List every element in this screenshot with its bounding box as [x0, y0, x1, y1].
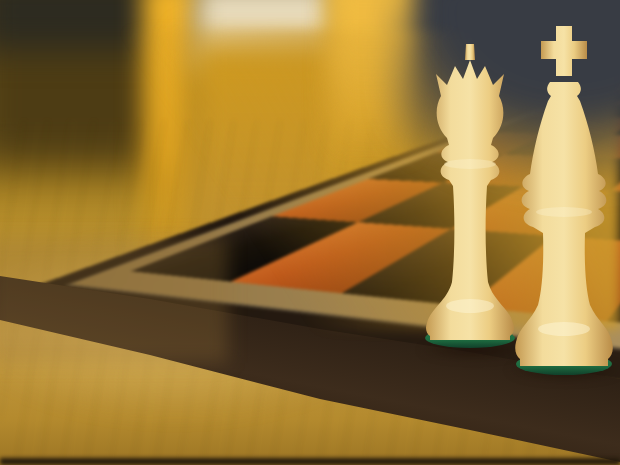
- white-king-silhouette: [513, 24, 615, 378]
- queen-base-highlight: [446, 299, 494, 313]
- white-king-piece[interactable]: ♔: [513, 24, 615, 378]
- gold-streak-overlay: [330, 0, 414, 202]
- king-ring-highlight: [536, 207, 592, 217]
- queen-ring-highlight: [444, 159, 496, 169]
- table-front-shadow: [0, 458, 620, 465]
- queen-body: [465, 44, 475, 60]
- white-queen-silhouette: [424, 44, 516, 354]
- white-queen-piece[interactable]: ♕: [424, 44, 516, 354]
- king-cross: [541, 26, 587, 76]
- foreground-blur-left: [0, 238, 228, 363]
- king-base-highlight: [538, 322, 590, 336]
- queen-body-main: [426, 60, 514, 340]
- chess-photo-scene: ♕♔ ♕: [0, 0, 620, 465]
